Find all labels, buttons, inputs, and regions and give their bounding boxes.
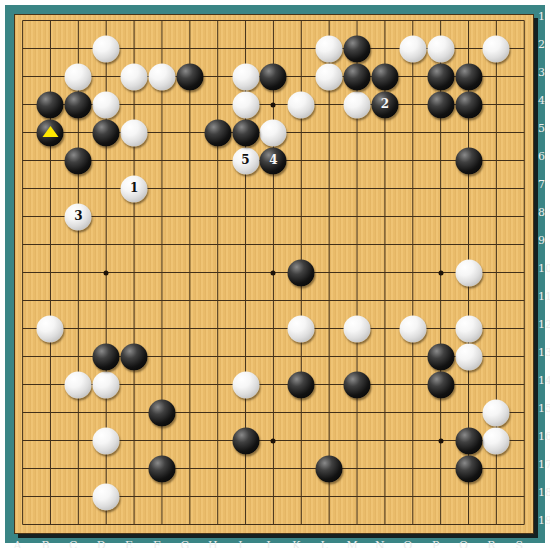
row-label-6: 6 (538, 149, 545, 162)
star-point-P16 (438, 438, 443, 443)
stone-white-R15[interactable] (483, 399, 510, 426)
col-label-R: R (487, 539, 495, 548)
stone-white-M4[interactable] (344, 91, 371, 118)
row-label-3: 3 (538, 65, 545, 78)
col-label-S: S (515, 539, 523, 548)
stone-white-C3[interactable] (65, 63, 92, 90)
stone-white-Q13[interactable] (455, 343, 482, 370)
star-point-P10 (438, 270, 443, 275)
move-number-label: 4 (269, 154, 277, 166)
row-label-13: 13 (538, 345, 550, 358)
row-label-19: 19 (538, 513, 550, 526)
star-point-D10 (104, 270, 109, 275)
stone-white-Q10[interactable] (455, 259, 482, 286)
stone-white-D14[interactable] (93, 371, 120, 398)
stone-white-I4[interactable] (232, 91, 259, 118)
stone-white-L3[interactable] (316, 63, 343, 90)
col-label-Q: Q (459, 539, 468, 548)
stone-black-P4[interactable] (427, 91, 454, 118)
stone-black-I5[interactable] (232, 119, 259, 146)
col-label-G: G (180, 539, 189, 548)
row-label-4: 4 (538, 93, 545, 106)
move-number-label: 1 (130, 182, 138, 194)
star-point-J10 (271, 270, 276, 275)
col-label-N: N (375, 539, 385, 548)
stone-white-R2[interactable] (483, 35, 510, 62)
stone-white-I14[interactable] (232, 371, 259, 398)
stone-white-B12[interactable] (37, 315, 64, 342)
col-label-B: B (41, 539, 49, 548)
stone-black-P3[interactable] (427, 63, 454, 90)
row-label-16: 16 (538, 429, 550, 442)
stone-black-E13[interactable] (121, 343, 148, 370)
row-label-2: 2 (538, 37, 545, 50)
row-label-1: 1 (538, 9, 545, 22)
col-label-L: L (321, 539, 328, 548)
star-point-J16 (271, 438, 276, 443)
stone-white-K4[interactable] (288, 91, 315, 118)
stone-black-K14[interactable] (288, 371, 315, 398)
stone-black-Q6[interactable] (455, 147, 482, 174)
stone-black-F15[interactable] (148, 399, 175, 426)
stone-white-E5[interactable] (121, 119, 148, 146)
stone-white-D18[interactable] (93, 483, 120, 510)
stone-black-D5[interactable] (93, 119, 120, 146)
stone-black-C6[interactable] (65, 147, 92, 174)
col-label-E: E (125, 539, 133, 548)
go-app-window: { "game": "Go (19x19 goban diagram)", "b… (0, 0, 550, 548)
stone-black-M2[interactable] (344, 35, 371, 62)
row-label-11: 11 (538, 289, 550, 302)
row-label-5: 5 (538, 121, 545, 134)
go-board[interactable]: 51324 (14, 14, 534, 534)
stone-black-M14[interactable] (344, 371, 371, 398)
stone-black-N4[interactable]: 2 (371, 91, 398, 118)
stone-white-O2[interactable] (399, 35, 426, 62)
stone-black-N3[interactable] (371, 63, 398, 90)
stone-white-D4[interactable] (93, 91, 120, 118)
triangle-marker (42, 126, 58, 137)
stone-black-H5[interactable] (204, 119, 231, 146)
stone-black-B5[interactable] (37, 119, 64, 146)
col-label-P: P (432, 539, 439, 548)
stone-black-Q3[interactable] (455, 63, 482, 90)
stone-white-I3[interactable] (232, 63, 259, 90)
stone-black-B4[interactable] (37, 91, 64, 118)
stone-black-K10[interactable] (288, 259, 315, 286)
stone-white-R16[interactable] (483, 427, 510, 454)
col-label-D: D (97, 539, 106, 548)
stone-black-Q16[interactable] (455, 427, 482, 454)
row-label-10: 10 (538, 261, 550, 274)
stone-white-C8[interactable]: 3 (65, 203, 92, 230)
stone-black-J6[interactable]: 4 (260, 147, 287, 174)
stone-white-O12[interactable] (399, 315, 426, 342)
star-point-J4 (271, 102, 276, 107)
col-label-C: C (69, 539, 77, 548)
stone-white-C14[interactable] (65, 371, 92, 398)
row-label-9: 9 (538, 233, 545, 246)
goban-panel: 51324 ABCDEFGHIJKLMNOPQRS 12345678910111… (5, 5, 545, 543)
row-label-7: 7 (538, 177, 545, 190)
col-label-O: O (403, 539, 412, 548)
stone-black-I16[interactable] (232, 427, 259, 454)
stone-white-P2[interactable] (427, 35, 454, 62)
stone-white-F3[interactable] (148, 63, 175, 90)
row-label-8: 8 (538, 205, 545, 218)
move-number-label: 5 (241, 154, 249, 166)
stone-white-E7[interactable]: 1 (121, 175, 148, 202)
col-label-F: F (153, 539, 161, 548)
stone-white-K12[interactable] (288, 315, 315, 342)
move-number-label: 3 (74, 210, 82, 222)
stone-black-M3[interactable] (344, 63, 371, 90)
stone-black-Q4[interactable] (455, 91, 482, 118)
col-label-I: I (238, 539, 242, 548)
col-label-J: J (266, 539, 270, 548)
stone-black-Q17[interactable] (455, 455, 482, 482)
col-label-K: K (292, 539, 300, 548)
stone-white-D16[interactable] (93, 427, 120, 454)
stone-black-P14[interactable] (427, 371, 454, 398)
stone-white-L2[interactable] (316, 35, 343, 62)
stone-white-J5[interactable] (260, 119, 287, 146)
row-label-18: 18 (538, 485, 550, 498)
stone-black-P13[interactable] (427, 343, 454, 370)
col-label-H: H (208, 539, 218, 548)
stone-black-J3[interactable] (260, 63, 287, 90)
stone-black-G3[interactable] (176, 63, 203, 90)
stone-white-Q12[interactable] (455, 315, 482, 342)
row-label-12: 12 (538, 317, 550, 330)
move-number-label: 2 (381, 98, 389, 110)
col-label-M: M (346, 539, 357, 548)
stone-white-I6[interactable]: 5 (232, 147, 259, 174)
row-label-14: 14 (538, 373, 550, 386)
stone-black-L17[interactable] (316, 455, 343, 482)
stone-white-E3[interactable] (121, 63, 148, 90)
stone-black-D13[interactable] (93, 343, 120, 370)
row-label-15: 15 (538, 401, 550, 414)
stone-black-F17[interactable] (148, 455, 175, 482)
col-label-A: A (14, 539, 22, 548)
row-label-17: 17 (538, 457, 550, 470)
stone-white-M12[interactable] (344, 315, 371, 342)
stone-white-D2[interactable] (93, 35, 120, 62)
stone-black-C4[interactable] (65, 91, 92, 118)
